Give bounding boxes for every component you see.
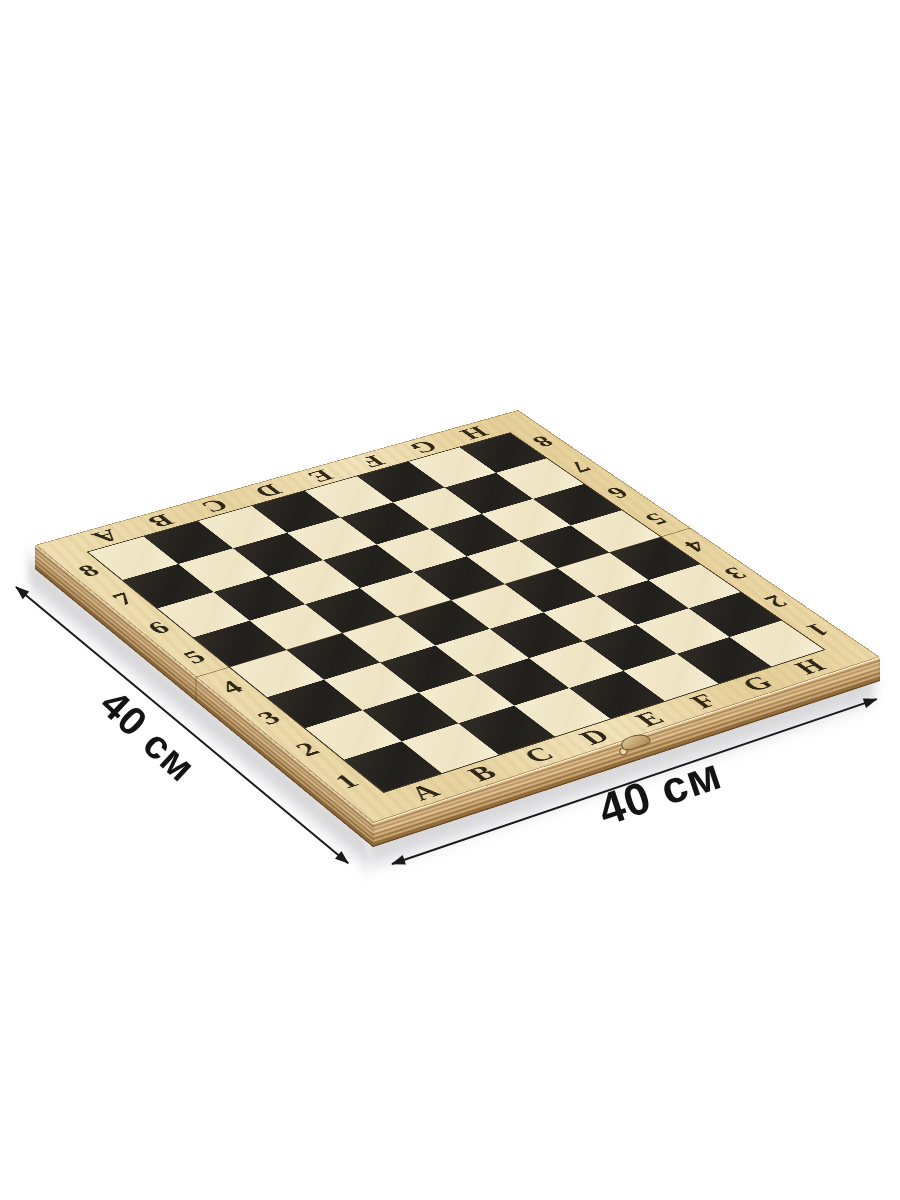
fold-seam-on-edge (196, 677, 197, 702)
product-photo-scene: ABCDEFGH ABCDEFGH 87654321 87654321 40 с… (0, 0, 900, 1200)
